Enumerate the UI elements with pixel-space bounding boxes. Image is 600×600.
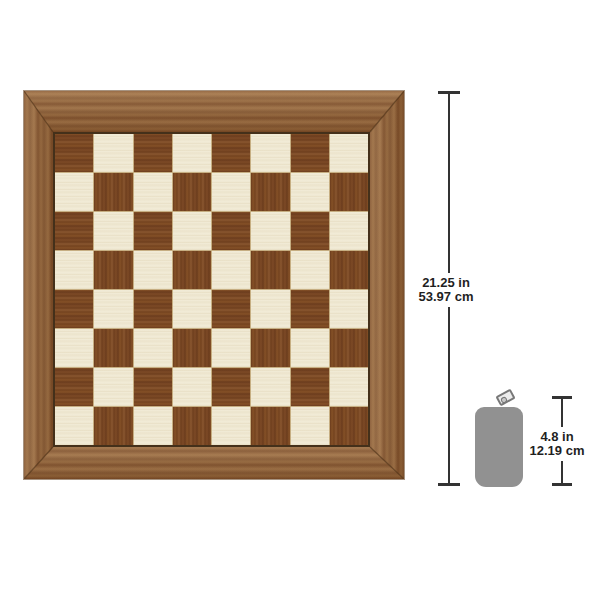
square-d2	[173, 368, 211, 406]
board-height-inches: 21.25 in	[419, 276, 474, 290]
square-f2	[251, 368, 289, 406]
square-h7	[330, 173, 368, 211]
square-a6	[55, 212, 93, 250]
square-c8	[134, 134, 172, 172]
square-g6	[291, 212, 329, 250]
square-e8	[212, 134, 250, 172]
square-a8	[55, 134, 93, 172]
square-f6	[251, 212, 289, 250]
square-d3	[173, 329, 211, 367]
square-c7	[134, 173, 172, 211]
square-b8	[94, 134, 132, 172]
square-g8	[291, 134, 329, 172]
square-h6	[330, 212, 368, 250]
board-frame-left	[24, 91, 53, 479]
square-g4	[291, 290, 329, 328]
square-f7	[251, 173, 289, 211]
square-b1	[94, 407, 132, 445]
square-e7	[212, 173, 250, 211]
square-b3	[94, 329, 132, 367]
square-g1	[291, 407, 329, 445]
square-c2	[134, 368, 172, 406]
can-height-inches: 4.8 in	[530, 430, 585, 444]
square-d6	[173, 212, 211, 250]
measure-tick-board-bottom	[438, 483, 460, 486]
square-a3	[55, 329, 93, 367]
square-a2	[55, 368, 93, 406]
square-c5	[134, 251, 172, 289]
square-e6	[212, 212, 250, 250]
square-e4	[212, 290, 250, 328]
square-a4	[55, 290, 93, 328]
can-pull-tab-icon	[495, 389, 515, 407]
square-e3	[212, 329, 250, 367]
page-canvas: 21.25 in 53.97 cm 4.8 in 12.19 cm	[0, 0, 600, 600]
measure-label-can-height: 4.8 in 12.19 cm	[528, 427, 587, 461]
square-b2	[94, 368, 132, 406]
square-d5	[173, 251, 211, 289]
measure-tick-can-bottom	[552, 483, 572, 486]
square-f3	[251, 329, 289, 367]
square-a1	[55, 407, 93, 445]
square-c4	[134, 290, 172, 328]
square-h3	[330, 329, 368, 367]
measure-tick-can-top	[552, 396, 572, 399]
square-e5	[212, 251, 250, 289]
square-h8	[330, 134, 368, 172]
square-h1	[330, 407, 368, 445]
square-f5	[251, 251, 289, 289]
measure-tick-board-top	[438, 91, 460, 94]
square-e1	[212, 407, 250, 445]
square-d1	[173, 407, 211, 445]
board-frame-right	[370, 91, 404, 479]
square-b4	[94, 290, 132, 328]
square-a5	[55, 251, 93, 289]
square-h5	[330, 251, 368, 289]
chessboard	[24, 91, 404, 479]
square-g5	[291, 251, 329, 289]
can-height-centimeters: 12.19 cm	[530, 444, 585, 458]
square-d4	[173, 290, 211, 328]
square-a7	[55, 173, 93, 211]
square-h2	[330, 368, 368, 406]
square-c1	[134, 407, 172, 445]
square-g2	[291, 368, 329, 406]
square-g7	[291, 173, 329, 211]
square-f1	[251, 407, 289, 445]
square-b7	[94, 173, 132, 211]
square-b5	[94, 251, 132, 289]
square-d8	[173, 134, 211, 172]
square-h4	[330, 290, 368, 328]
square-b6	[94, 212, 132, 250]
board-height-centimeters: 53.97 cm	[419, 290, 474, 304]
square-c3	[134, 329, 172, 367]
square-c6	[134, 212, 172, 250]
square-f4	[251, 290, 289, 328]
square-e2	[212, 368, 250, 406]
board-frame-bottom	[24, 447, 404, 479]
board-frame-top	[24, 91, 404, 132]
square-g3	[291, 329, 329, 367]
square-f8	[251, 134, 289, 172]
square-d7	[173, 173, 211, 211]
playing-area	[53, 132, 370, 447]
measure-label-board-height: 21.25 in 53.97 cm	[417, 273, 476, 307]
soda-can-icon	[475, 407, 523, 487]
